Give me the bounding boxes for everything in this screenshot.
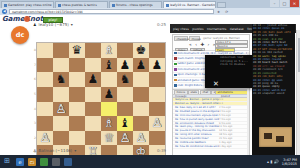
- taskbar-app-icon[interactable]: e: [16, 158, 24, 166]
- list-bullet-icon: [174, 52, 177, 55]
- tab-moves[interactable]: moves: [189, 36, 200, 41]
- square-b2[interactable]: [53, 131, 69, 146]
- back-icon[interactable]: ◀: [2, 9, 7, 14]
- page-scrollbar[interactable]: [296, 30, 300, 168]
- square-c3[interactable]: [69, 116, 85, 131]
- list-bullet-icon: [174, 63, 177, 66]
- tray-time: 3:47 PM: [282, 158, 297, 162]
- black-knight-f6[interactable]: ♞: [117, 72, 133, 87]
- square-f6[interactable]: ♞: [117, 72, 133, 87]
- board-thumbnail-image: [259, 127, 292, 147]
- row-message: Re: how to punish early queen raids: [173, 118, 219, 121]
- browser-tab-active[interactable]: leafy10 vs. Batman - GameKnot: [163, 1, 216, 8]
- col-posted: posted: [219, 95, 232, 97]
- square-e5[interactable]: ♟: [101, 87, 117, 102]
- flyout-line: click to dismiss: [206, 63, 251, 67]
- square-c7[interactable]: [69, 58, 85, 73]
- square-b5[interactable]: [53, 87, 69, 102]
- white-bishop-e3[interactable]: ♗: [101, 116, 117, 131]
- square-g3[interactable]: [133, 116, 149, 131]
- browser-tab-2[interactable]: chess puzzles & tactics: [55, 1, 108, 8]
- row-message: Re: team play - looking for members: [173, 125, 219, 128]
- square-h7[interactable]: ♟: [149, 58, 165, 73]
- row-message: Re: rating drift after timeouts: [173, 133, 219, 136]
- tab-chessboard[interactable]: chessboard: [174, 36, 188, 41]
- console-line: 22:24 snapshot saved: [252, 92, 295, 95]
- square-d3[interactable]: [85, 116, 101, 131]
- black-pawn-e5[interactable]: ♟: [101, 87, 117, 102]
- tray-date: 1/6/2015: [282, 162, 297, 166]
- square-e3[interactable]: ♗: [101, 116, 117, 131]
- white-pawn-a2[interactable]: ♙: [37, 131, 53, 146]
- tab-title: forums - chess openings: [116, 3, 153, 7]
- square-g2[interactable]: ♙: [133, 131, 149, 146]
- square-g4[interactable]: [133, 102, 149, 117]
- row-date: 5 hrs ago: [219, 114, 249, 117]
- list-bullet-icon: [174, 57, 177, 60]
- black-bishop-f3[interactable]: ♝: [117, 116, 133, 131]
- square-g5[interactable]: [133, 87, 149, 102]
- taskbar: ⊞ e🗀 ▴ ▮ 🔊 3:47 PM 1/6/2015: [0, 155, 300, 168]
- square-f2[interactable]: ♙: [117, 131, 133, 146]
- row-date: 9 hrs ago: [219, 122, 249, 125]
- browser-tab-3[interactable]: forums - chess openings: [109, 1, 162, 8]
- nav-item[interactable]: play chess: [173, 27, 189, 31]
- black-king-g8[interactable]: ♚: [133, 43, 149, 58]
- square-g6[interactable]: [133, 72, 149, 87]
- square-d6[interactable]: ♟: [85, 72, 101, 87]
- taskbar-app-icon[interactable]: 🗀: [28, 158, 36, 166]
- row-message: Re: doubled pawns in the endgame: [173, 110, 219, 113]
- row-date: 2 hrs ago: [219, 106, 249, 109]
- square-c2[interactable]: [69, 131, 85, 146]
- page: GameKnot play! dc ♟ leafy10 (~675) ▾ 0:2…: [0, 15, 300, 155]
- rank-label: 3: [32, 116, 36, 131]
- black-knight-b6[interactable]: ♞: [53, 72, 69, 87]
- minimize-button[interactable]: –: [270, 0, 279, 7]
- system-tray: ▴ ▮ 🔊 3:47 PM 1/6/2015: [267, 158, 300, 166]
- square-b7[interactable]: [53, 58, 69, 73]
- black-queen-c8[interactable]: ♛: [69, 43, 85, 58]
- square-a8[interactable]: [37, 43, 53, 58]
- tray-clock[interactable]: 3:47 PM 1/6/2015: [282, 158, 297, 166]
- start-button[interactable]: ⊞: [2, 157, 12, 166]
- browser-tab-1[interactable]: GameKnot: play chess online: [1, 1, 54, 8]
- screen: GameKnot: play chess online chess puzzle…: [0, 0, 300, 168]
- square-f3[interactable]: ♝: [117, 116, 133, 131]
- rank-label: 6: [32, 72, 36, 87]
- move-nav-arrows[interactable]: « ‹ ✚ › »: [189, 42, 217, 47]
- taskbar-apps: e🗀: [12, 158, 72, 166]
- row-message: Re: annotation requests thread: [173, 122, 219, 125]
- top-player-clock: 0:25: [157, 22, 166, 27]
- list-bullet-icon: [174, 68, 177, 71]
- rank-label: 4: [32, 102, 36, 117]
- rank-label: 2: [32, 131, 36, 146]
- row-message: Re: best reply to 1.e4 e5 2.Qh5?: [173, 106, 219, 109]
- tab-stats[interactable]: stats: [188, 90, 199, 95]
- square-c6[interactable]: [69, 72, 85, 87]
- black-pawn-d6[interactable]: ♟: [85, 72, 101, 87]
- square-c4[interactable]: [69, 102, 85, 117]
- rank-labels: 87654321: [32, 43, 36, 160]
- square-d7[interactable]: [85, 58, 101, 73]
- taskbar-app-icon[interactable]: [52, 158, 60, 166]
- list-bullet-icon: [174, 74, 177, 77]
- square-f5[interactable]: [117, 87, 133, 102]
- black-pawn-f7[interactable]: ♟: [117, 58, 133, 73]
- square-e7[interactable]: ♝: [101, 58, 117, 73]
- white-pawn-h3[interactable]: ♙: [149, 116, 165, 131]
- game-side-panel: chessboard moves game: leafy10 vs. Batma…: [172, 34, 250, 167]
- top-player-bar: ♟ leafy10 (~675) ▾ 0:25: [33, 21, 166, 28]
- close-icon[interactable]: ✕: [213, 80, 219, 88]
- notification-flyout: connection lostretrying in 5 s...click t…: [205, 55, 252, 88]
- square-a5[interactable]: [37, 87, 53, 102]
- row-message: Re: puzzle of the day discussion: [173, 129, 219, 132]
- square-d8[interactable]: [85, 43, 101, 58]
- window-buttons: – □ ✕: [270, 0, 299, 7]
- square-a2[interactable]: ♙: [37, 131, 53, 146]
- row-date: 1 day ago: [219, 141, 249, 144]
- row-date: 3 hrs ago: [219, 110, 249, 113]
- list-bullet-icon: [174, 79, 177, 82]
- tab-favicon-icon: [112, 4, 115, 7]
- tab-title: leafy10 vs. Batman - GameKnot: [170, 3, 216, 7]
- table-row[interactable]: Re: how do conditional moves work 1 day …: [173, 145, 249, 149]
- square-b3[interactable]: [53, 116, 69, 131]
- white-pawn-g2[interactable]: ♙: [133, 131, 149, 146]
- black-bishop-e7[interactable]: ♝: [101, 58, 117, 73]
- square-e2[interactable]: ♕: [101, 131, 117, 146]
- square-h6[interactable]: [149, 72, 165, 87]
- row-message: Batman vs. leafy10 - rematch offered: [173, 102, 219, 105]
- square-e4[interactable]: [101, 102, 117, 117]
- tray-icons[interactable]: ▴ ▮ 🔊: [267, 159, 279, 164]
- square-h5[interactable]: [149, 87, 165, 102]
- rank-label: 5: [32, 87, 36, 102]
- url-input[interactable]: gameknot.com/chess.pl?bd=19372584&r=394: [9, 9, 214, 14]
- black-pawn-g7[interactable]: ♟: [133, 58, 149, 73]
- square-e6[interactable]: [101, 72, 117, 87]
- row-message: Re: how do conditional moves work: [173, 145, 219, 148]
- nav-item[interactable]: database: [230, 27, 244, 31]
- bottom-player-name[interactable]: Batman (~1146): [39, 148, 73, 153]
- row-message: Re: favourite gambit lines?: [173, 137, 219, 140]
- square-g7[interactable]: ♟: [133, 58, 149, 73]
- square-f8[interactable]: [117, 43, 133, 58]
- square-d5[interactable]: [85, 87, 101, 102]
- row-date: 1-0: [219, 98, 249, 101]
- tab-favicon-icon: [4, 4, 7, 7]
- row-date: 0-1: [219, 102, 249, 105]
- square-d4[interactable]: [85, 102, 101, 117]
- square-c8[interactable]: ♛: [69, 43, 85, 58]
- address-bar-row: ◀ gameknot.com/chess.pl?bd=19372584&r=39…: [0, 8, 300, 15]
- chevron-down-icon[interactable]: ▾: [71, 22, 73, 27]
- tab-title: GameKnot: play chess online: [8, 3, 52, 7]
- favorites-refresh-icons[interactable]: ★ ⟳: [217, 10, 230, 14]
- message-table: leafy10 vs. Batman - game in progress 1-…: [173, 98, 249, 149]
- white-pawn-icon: ♙: [33, 148, 37, 153]
- row-date: 21 hrs ago: [219, 137, 249, 140]
- row-message: Re: mobile site feedback: [173, 141, 219, 144]
- dc-overlay-badge[interactable]: dc: [11, 26, 29, 44]
- tab-favicon-icon: [58, 4, 61, 7]
- white-pawn-b4[interactable]: ♙: [53, 102, 69, 117]
- row-date: 1 day ago: [219, 145, 249, 148]
- rank-label: 8: [32, 43, 36, 58]
- square-b4[interactable]: ♙: [53, 102, 69, 117]
- console-lines: 22:14 -- joined #chess22:14 <ntx> queue …: [252, 24, 295, 96]
- chevron-down-icon[interactable]: ▾: [74, 148, 76, 153]
- panel-controls: chessboard moves game: leafy10 vs. Batma…: [173, 35, 249, 51]
- square-b8[interactable]: [53, 43, 69, 58]
- square-f4[interactable]: [117, 102, 133, 117]
- list-bullet-icon: [174, 84, 177, 87]
- black-pawn-icon: ♟: [33, 22, 37, 27]
- square-b6[interactable]: ♞: [53, 72, 69, 87]
- bottom-player-clock: 0:39: [157, 148, 166, 153]
- square-g8[interactable]: ♚: [133, 43, 149, 58]
- tab-chat[interactable]: chat: [200, 90, 211, 95]
- white-queen-e2[interactable]: ♕: [101, 131, 117, 146]
- square-a6[interactable]: [37, 72, 53, 87]
- square-c5[interactable]: [69, 87, 85, 102]
- top-player-name[interactable]: leafy10 (~675): [39, 22, 69, 27]
- square-h2[interactable]: [149, 131, 165, 146]
- white-bishop-e8[interactable]: ♗: [101, 43, 117, 58]
- rank-label: 7: [32, 58, 36, 73]
- square-d2[interactable]: [85, 131, 101, 146]
- bottom-player-bar: ♙ Batman (~1146) ▾ 0:39: [33, 147, 166, 154]
- square-h4[interactable]: [149, 102, 165, 117]
- tab-annotations[interactable]: annotations: [215, 90, 248, 95]
- row-message: leafy10 vs. Batman - game in progress: [173, 98, 219, 101]
- flyout-lines: connection lostretrying in 5 s...click t…: [206, 56, 251, 67]
- square-a7[interactable]: [37, 58, 53, 73]
- row-date: 18 hrs ago: [219, 133, 249, 136]
- row-date: 14 hrs ago: [219, 129, 249, 132]
- tab-title: chess puzzles & tactics: [62, 3, 97, 7]
- square-a4[interactable]: [37, 102, 53, 117]
- maximize-button[interactable]: □: [280, 0, 289, 7]
- square-e8[interactable]: ♗: [101, 43, 117, 58]
- lower-tabs: annotations moves stats chat share: [173, 89, 249, 95]
- tab-favicon-icon: [166, 4, 169, 7]
- square-h8[interactable]: [149, 43, 165, 58]
- chess-board: ♛♗♚♝♟♟♟♞♟♞♟♙♗♝♙♙♕♙♙♖♔: [37, 43, 165, 160]
- nav-item[interactable]: puzzles: [192, 27, 203, 31]
- close-button[interactable]: ✕: [290, 0, 299, 7]
- nav-item[interactable]: tournaments: [207, 27, 226, 31]
- col-message: message: [173, 95, 219, 97]
- browser-tabstrip: GameKnot: play chess online chess puzzle…: [0, 0, 300, 8]
- taskbar-app-icon[interactable]: [64, 158, 72, 166]
- black-pawn-h7[interactable]: ♟: [149, 58, 165, 73]
- square-h3[interactable]: ♙: [149, 116, 165, 131]
- row-message: Re: mini-tournament signups open: [173, 114, 219, 117]
- logo-ball-icon: [24, 16, 30, 22]
- square-f7[interactable]: ♟: [117, 58, 133, 73]
- row-date: 7 hrs ago: [219, 118, 249, 121]
- row-date: 11 hrs ago: [219, 125, 249, 128]
- white-pawn-f2[interactable]: ♙: [117, 131, 133, 146]
- taskbar-app-icon[interactable]: [40, 158, 48, 166]
- square-a3[interactable]: [37, 116, 53, 131]
- console-panel: 22:14 -- joined #chess22:14 <ntx> queue …: [252, 24, 295, 163]
- tab-moves-2[interactable]: moves: [174, 90, 188, 95]
